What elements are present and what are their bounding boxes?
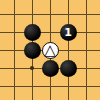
intersection-c2-r2[interactable] — [23, 23, 41, 41]
go-board: 1△ — [0, 0, 100, 100]
white-stone: △ — [42, 42, 59, 59]
black-stone — [42, 60, 59, 77]
intersection-c4-r1[interactable] — [59, 5, 77, 23]
intersection-c1-r4[interactable] — [5, 59, 23, 77]
black-stone: 1 — [60, 24, 77, 41]
intersection-c5-r4[interactable] — [77, 59, 95, 77]
intersection-c4-r4[interactable] — [59, 59, 77, 77]
intersection-c1-r2[interactable] — [5, 23, 23, 41]
intersection-c3-r1[interactable] — [41, 5, 59, 23]
board-intersections: 1△ — [5, 5, 95, 95]
intersection-c3-r5[interactable] — [41, 77, 59, 95]
intersection-c1-r5[interactable] — [5, 77, 23, 95]
intersection-c2-r3[interactable] — [23, 41, 41, 59]
intersection-c5-r1[interactable] — [77, 5, 95, 23]
triangle-mark-icon: △ — [44, 43, 56, 58]
intersection-c4-r2[interactable]: 1 — [59, 23, 77, 41]
intersection-c2-r4[interactable] — [23, 59, 41, 77]
intersection-c5-r5[interactable] — [77, 77, 95, 95]
intersection-c4-r3[interactable] — [59, 41, 77, 59]
intersection-c1-r1[interactable] — [5, 5, 23, 23]
intersection-c3-r3[interactable]: △ — [41, 41, 59, 59]
intersection-c2-r5[interactable] — [23, 77, 41, 95]
intersection-c3-r2[interactable] — [41, 23, 59, 41]
intersection-c3-r4[interactable] — [41, 59, 59, 77]
black-stone — [60, 60, 77, 77]
black-stone — [24, 42, 41, 59]
intersection-c5-r2[interactable] — [77, 23, 95, 41]
move-number-label: 1 — [64, 27, 72, 38]
intersection-c4-r5[interactable] — [59, 77, 77, 95]
black-stone — [24, 24, 41, 41]
intersection-c2-r1[interactable] — [23, 5, 41, 23]
intersection-c5-r3[interactable] — [77, 41, 95, 59]
intersection-c1-r3[interactable] — [5, 41, 23, 59]
